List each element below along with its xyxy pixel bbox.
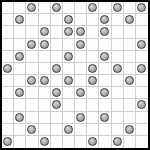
stone-r10c2 xyxy=(15,113,24,122)
cell-r3c1[interactable] xyxy=(2,26,14,38)
cell-r2c11[interactable] xyxy=(124,14,136,26)
cell-r1c1[interactable] xyxy=(2,2,14,14)
cell-r12c10[interactable] xyxy=(112,136,124,148)
stone-r3c7 xyxy=(76,27,85,36)
stone-r4c3 xyxy=(27,40,36,49)
stone-r4c12 xyxy=(137,40,146,49)
cell-r10c8[interactable] xyxy=(87,112,99,124)
cell-r1c3[interactable] xyxy=(26,2,38,14)
cell-r5c3[interactable] xyxy=(26,51,38,63)
cell-r7c9[interactable] xyxy=(99,75,111,87)
stone-r1c12 xyxy=(137,3,146,12)
cell-r2c7[interactable] xyxy=(75,14,87,26)
cell-r9c7[interactable] xyxy=(75,99,87,111)
cell-r11c12[interactable] xyxy=(136,124,148,136)
cell-r12c8[interactable] xyxy=(87,136,99,148)
stone-r1c3 xyxy=(27,3,36,12)
stone-r6c5 xyxy=(52,64,61,73)
cell-r7c12[interactable] xyxy=(136,75,148,87)
cell-r6c9[interactable] xyxy=(99,63,111,75)
cell-r6c6[interactable] xyxy=(63,63,75,75)
cell-r6c5[interactable] xyxy=(51,63,63,75)
stone-r10c7 xyxy=(76,113,85,122)
stone-r8c2 xyxy=(15,88,24,97)
cell-r7c1[interactable] xyxy=(2,75,14,87)
cell-r12c1[interactable] xyxy=(2,136,14,148)
cell-r12c6[interactable] xyxy=(63,136,75,148)
cell-r7c10[interactable] xyxy=(112,75,124,87)
cell-r11c11[interactable] xyxy=(124,124,136,136)
stone-r4c4 xyxy=(40,40,49,49)
cell-r4c7[interactable] xyxy=(75,39,87,51)
cell-r12c12[interactable] xyxy=(136,136,148,148)
cell-r6c7[interactable] xyxy=(75,63,87,75)
cell-r11c5[interactable] xyxy=(51,124,63,136)
cell-r2c9[interactable] xyxy=(99,14,111,26)
cell-r12c2[interactable] xyxy=(14,136,26,148)
cell-r9c5[interactable] xyxy=(51,99,63,111)
cell-r8c6[interactable] xyxy=(63,87,75,99)
cell-r3c6[interactable] xyxy=(63,26,75,38)
cell-r3c10[interactable] xyxy=(112,26,124,38)
stone-r6c10 xyxy=(113,64,122,73)
stone-r2c9 xyxy=(100,15,109,24)
cell-r4c6[interactable] xyxy=(63,39,75,51)
cell-r5c5[interactable] xyxy=(51,51,63,63)
cell-r3c3[interactable] xyxy=(26,26,38,38)
stone-r5c2 xyxy=(15,52,24,61)
cell-r12c9[interactable] xyxy=(99,136,111,148)
cell-r2c3[interactable] xyxy=(26,14,38,26)
stone-r1c8 xyxy=(88,3,97,12)
cell-r12c7[interactable] xyxy=(75,136,87,148)
cell-r6c1[interactable] xyxy=(2,63,14,75)
stone-r1c10 xyxy=(113,3,122,12)
cell-r1c11[interactable] xyxy=(124,2,136,14)
cell-r3c4[interactable] xyxy=(39,26,51,38)
cell-r12c11[interactable] xyxy=(124,136,136,148)
cell-r3c9[interactable] xyxy=(99,26,111,38)
cell-r10c3[interactable] xyxy=(26,112,38,124)
cell-r11c9[interactable] xyxy=(99,124,111,136)
cell-r8c5[interactable] xyxy=(51,87,63,99)
cell-r10c12[interactable] xyxy=(136,112,148,124)
cell-r3c11[interactable] xyxy=(124,26,136,38)
stone-r9c5 xyxy=(52,100,61,109)
stone-r5c6 xyxy=(64,52,73,61)
cell-r1c5[interactable] xyxy=(51,2,63,14)
cell-r2c8[interactable] xyxy=(87,14,99,26)
stone-r3c9 xyxy=(100,27,109,36)
cell-r5c10[interactable] xyxy=(112,51,124,63)
cell-r1c6[interactable] xyxy=(63,2,75,14)
stone-r7c4 xyxy=(40,76,49,85)
cell-r5c4[interactable] xyxy=(39,51,51,63)
stone-r2c11 xyxy=(125,15,134,24)
stone-r6c8 xyxy=(88,64,97,73)
cell-r5c6[interactable] xyxy=(63,51,75,63)
cell-r4c2[interactable] xyxy=(14,39,26,51)
cell-r11c6[interactable] xyxy=(63,124,75,136)
cell-r2c12[interactable] xyxy=(136,14,148,26)
cell-r8c7[interactable] xyxy=(75,87,87,99)
cell-r4c8[interactable] xyxy=(87,39,99,51)
cell-r5c1[interactable] xyxy=(2,51,14,63)
cell-r1c10[interactable] xyxy=(112,2,124,14)
stone-r6c1 xyxy=(3,64,12,73)
cell-r7c5[interactable] xyxy=(51,75,63,87)
stone-r3c4 xyxy=(40,27,49,36)
cell-r5c7[interactable] xyxy=(75,51,87,63)
cell-r2c5[interactable] xyxy=(51,14,63,26)
cell-r9c4[interactable] xyxy=(39,99,51,111)
cell-r9c6[interactable] xyxy=(63,99,75,111)
cell-r1c7[interactable] xyxy=(75,2,87,14)
cell-r7c3[interactable] xyxy=(26,75,38,87)
cell-r8c1[interactable] xyxy=(2,87,14,99)
cell-r11c3[interactable] xyxy=(26,124,38,136)
cell-r5c2[interactable] xyxy=(14,51,26,63)
stone-r7c8 xyxy=(88,76,97,85)
cell-r3c12[interactable] xyxy=(136,26,148,38)
stone-r3c6 xyxy=(64,27,73,36)
cell-r2c1[interactable] xyxy=(2,14,14,26)
cell-r8c10[interactable] xyxy=(112,87,124,99)
stone-r6c12 xyxy=(137,64,146,73)
cell-r6c10[interactable] xyxy=(112,63,124,75)
stone-r12c1 xyxy=(3,137,12,146)
cell-r10c10[interactable] xyxy=(112,112,124,124)
stone-r8c5 xyxy=(52,88,61,97)
cell-r3c5[interactable] xyxy=(51,26,63,38)
cell-r11c8[interactable] xyxy=(87,124,99,136)
cell-r8c9[interactable] xyxy=(99,87,111,99)
cell-r7c8[interactable] xyxy=(87,75,99,87)
cell-r11c1[interactable] xyxy=(2,124,14,136)
cell-r4c9[interactable] xyxy=(99,39,111,51)
stone-r11c11 xyxy=(125,125,134,134)
puzzle-board xyxy=(0,0,150,150)
cell-r9c11[interactable] xyxy=(124,99,136,111)
stone-r8c7 xyxy=(76,88,85,97)
cell-r4c1[interactable] xyxy=(2,39,14,51)
cell-r6c4[interactable] xyxy=(39,63,51,75)
stone-r8c9 xyxy=(100,88,109,97)
cell-r10c2[interactable] xyxy=(14,112,26,124)
cell-r6c3[interactable] xyxy=(26,63,38,75)
stone-r5c9 xyxy=(100,52,109,61)
cell-r3c8[interactable] xyxy=(87,26,99,38)
cell-r5c11[interactable] xyxy=(124,51,136,63)
cell-r6c2[interactable] xyxy=(14,63,26,75)
cell-r2c4[interactable] xyxy=(39,14,51,26)
cell-r2c10[interactable] xyxy=(112,14,124,26)
stone-r10c9 xyxy=(100,113,109,122)
cell-r7c6[interactable] xyxy=(63,75,75,87)
cell-r6c11[interactable] xyxy=(124,63,136,75)
cell-r7c4[interactable] xyxy=(39,75,51,87)
cell-r11c4[interactable] xyxy=(39,124,51,136)
stone-r9c12 xyxy=(137,100,146,109)
stone-r7c3 xyxy=(27,76,36,85)
cell-r3c7[interactable] xyxy=(75,26,87,38)
cell-r4c12[interactable] xyxy=(136,39,148,51)
cell-r6c8[interactable] xyxy=(87,63,99,75)
cell-r4c10[interactable] xyxy=(112,39,124,51)
cell-r2c2[interactable] xyxy=(14,14,26,26)
cell-r10c6[interactable] xyxy=(63,112,75,124)
stone-r4c7 xyxy=(76,40,85,49)
stone-r12c4 xyxy=(40,137,49,146)
cell-r9c2[interactable] xyxy=(14,99,26,111)
cell-r8c8[interactable] xyxy=(87,87,99,99)
cell-r9c9[interactable] xyxy=(99,99,111,111)
cell-r11c10[interactable] xyxy=(112,124,124,136)
cell-r1c4[interactable] xyxy=(39,2,51,14)
cell-r10c4[interactable] xyxy=(39,112,51,124)
cell-r8c4[interactable] xyxy=(39,87,51,99)
cell-r8c2[interactable] xyxy=(14,87,26,99)
cell-r10c9[interactable] xyxy=(99,112,111,124)
cell-r10c5[interactable] xyxy=(51,112,63,124)
stone-r7c6 xyxy=(64,76,73,85)
cell-r9c10[interactable] xyxy=(112,99,124,111)
cell-r4c11[interactable] xyxy=(124,39,136,51)
cell-r8c12[interactable] xyxy=(136,87,148,99)
cell-r3c2[interactable] xyxy=(14,26,26,38)
cell-r8c11[interactable] xyxy=(124,87,136,99)
cell-r5c12[interactable] xyxy=(136,51,148,63)
cell-r4c3[interactable] xyxy=(26,39,38,51)
stone-r12c8 xyxy=(88,137,97,146)
cell-r5c8[interactable] xyxy=(87,51,99,63)
cell-r9c1[interactable] xyxy=(2,99,14,111)
cell-r8c3[interactable] xyxy=(26,87,38,99)
cell-r7c11[interactable] xyxy=(124,75,136,87)
cell-r12c3[interactable] xyxy=(26,136,38,148)
cell-r9c12[interactable] xyxy=(136,99,148,111)
stone-r2c6 xyxy=(64,15,73,24)
stone-r1c5 xyxy=(52,3,61,12)
stone-r11c3 xyxy=(27,125,36,134)
cell-r11c7[interactable] xyxy=(75,124,87,136)
cell-r1c9[interactable] xyxy=(99,2,111,14)
cell-r10c11[interactable] xyxy=(124,112,136,124)
cell-r4c4[interactable] xyxy=(39,39,51,51)
cell-r10c7[interactable] xyxy=(75,112,87,124)
cell-r5c9[interactable] xyxy=(99,51,111,63)
cell-r10c1[interactable] xyxy=(2,112,14,124)
cell-r9c3[interactable] xyxy=(26,99,38,111)
cell-r6c12[interactable] xyxy=(136,63,148,75)
cell-r7c7[interactable] xyxy=(75,75,87,87)
stone-r2c2 xyxy=(15,15,24,24)
cell-r1c12[interactable] xyxy=(136,2,148,14)
cell-r12c5[interactable] xyxy=(51,136,63,148)
cell-r1c2[interactable] xyxy=(14,2,26,14)
cell-r4c5[interactable] xyxy=(51,39,63,51)
cell-r2c6[interactable] xyxy=(63,14,75,26)
stone-r7c11 xyxy=(125,76,134,85)
cell-r7c2[interactable] xyxy=(14,75,26,87)
stone-r11c6 xyxy=(64,125,73,134)
cell-r11c2[interactable] xyxy=(14,124,26,136)
cell-r12c4[interactable] xyxy=(39,136,51,148)
cell-r1c8[interactable] xyxy=(87,2,99,14)
cell-r9c8[interactable] xyxy=(87,99,99,111)
stone-r12c10 xyxy=(113,137,122,146)
